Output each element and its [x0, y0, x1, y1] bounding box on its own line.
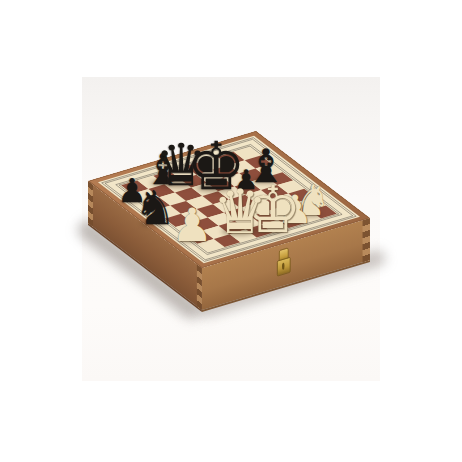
black-knight-a5: ♞	[134, 184, 176, 231]
white-queen-e4: ♛	[213, 181, 268, 242]
white-pawn-c4: ♟	[171, 202, 212, 248]
product-photo: ♝♝♛♚♟♟♞♟♞♚♛♟	[0, 0, 462, 462]
finger-joint-right-end	[363, 218, 370, 262]
finger-joint-left-end	[88, 181, 93, 227]
brass-clasp	[277, 247, 290, 281]
